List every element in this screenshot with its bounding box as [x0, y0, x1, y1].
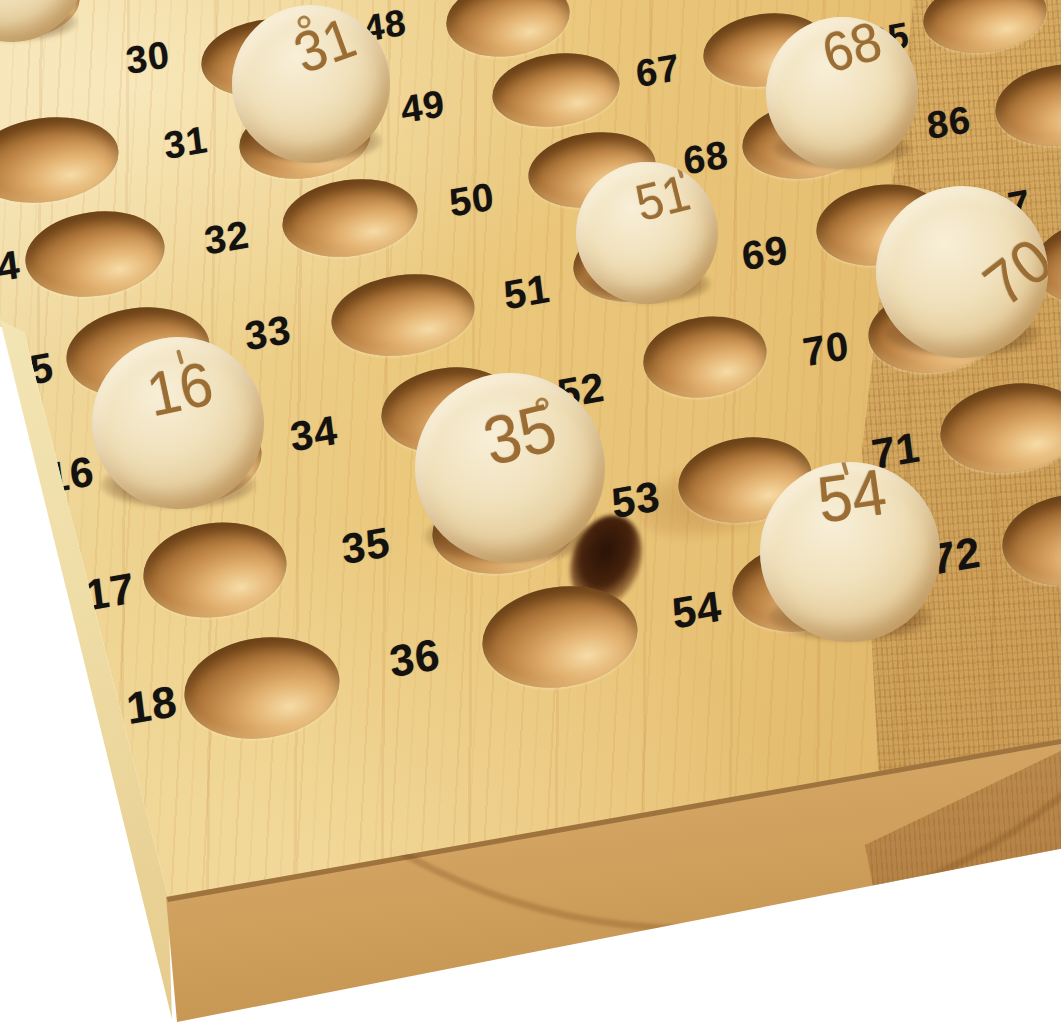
bingo-board-photo: 1415161718303132333435364849505152535467… [0, 0, 1061, 1023]
ball-engraved-number: 31 [286, 5, 365, 86]
ball-35[interactable]: 35 [415, 373, 605, 563]
ball-engraved-number: 70 [971, 224, 1048, 320]
ball-engraved-number: 68 [816, 17, 889, 86]
ball-engraved-number: 35 [476, 388, 564, 481]
ball-51[interactable]: 51 [576, 162, 718, 304]
ball-31[interactable]: 31 [232, 5, 390, 163]
ball-engraved-number: 51 [630, 163, 696, 233]
ball-registration-mark-ring [536, 398, 549, 411]
ball-68[interactable]: 68 [766, 17, 918, 169]
ball-registration-mark-ring [298, 16, 311, 29]
ball-engraved-number: 54 [813, 462, 891, 538]
ball-54[interactable]: 54 [760, 462, 940, 642]
ball-70[interactable]: 70 [876, 186, 1048, 358]
ball-16[interactable]: 16 [92, 337, 264, 509]
